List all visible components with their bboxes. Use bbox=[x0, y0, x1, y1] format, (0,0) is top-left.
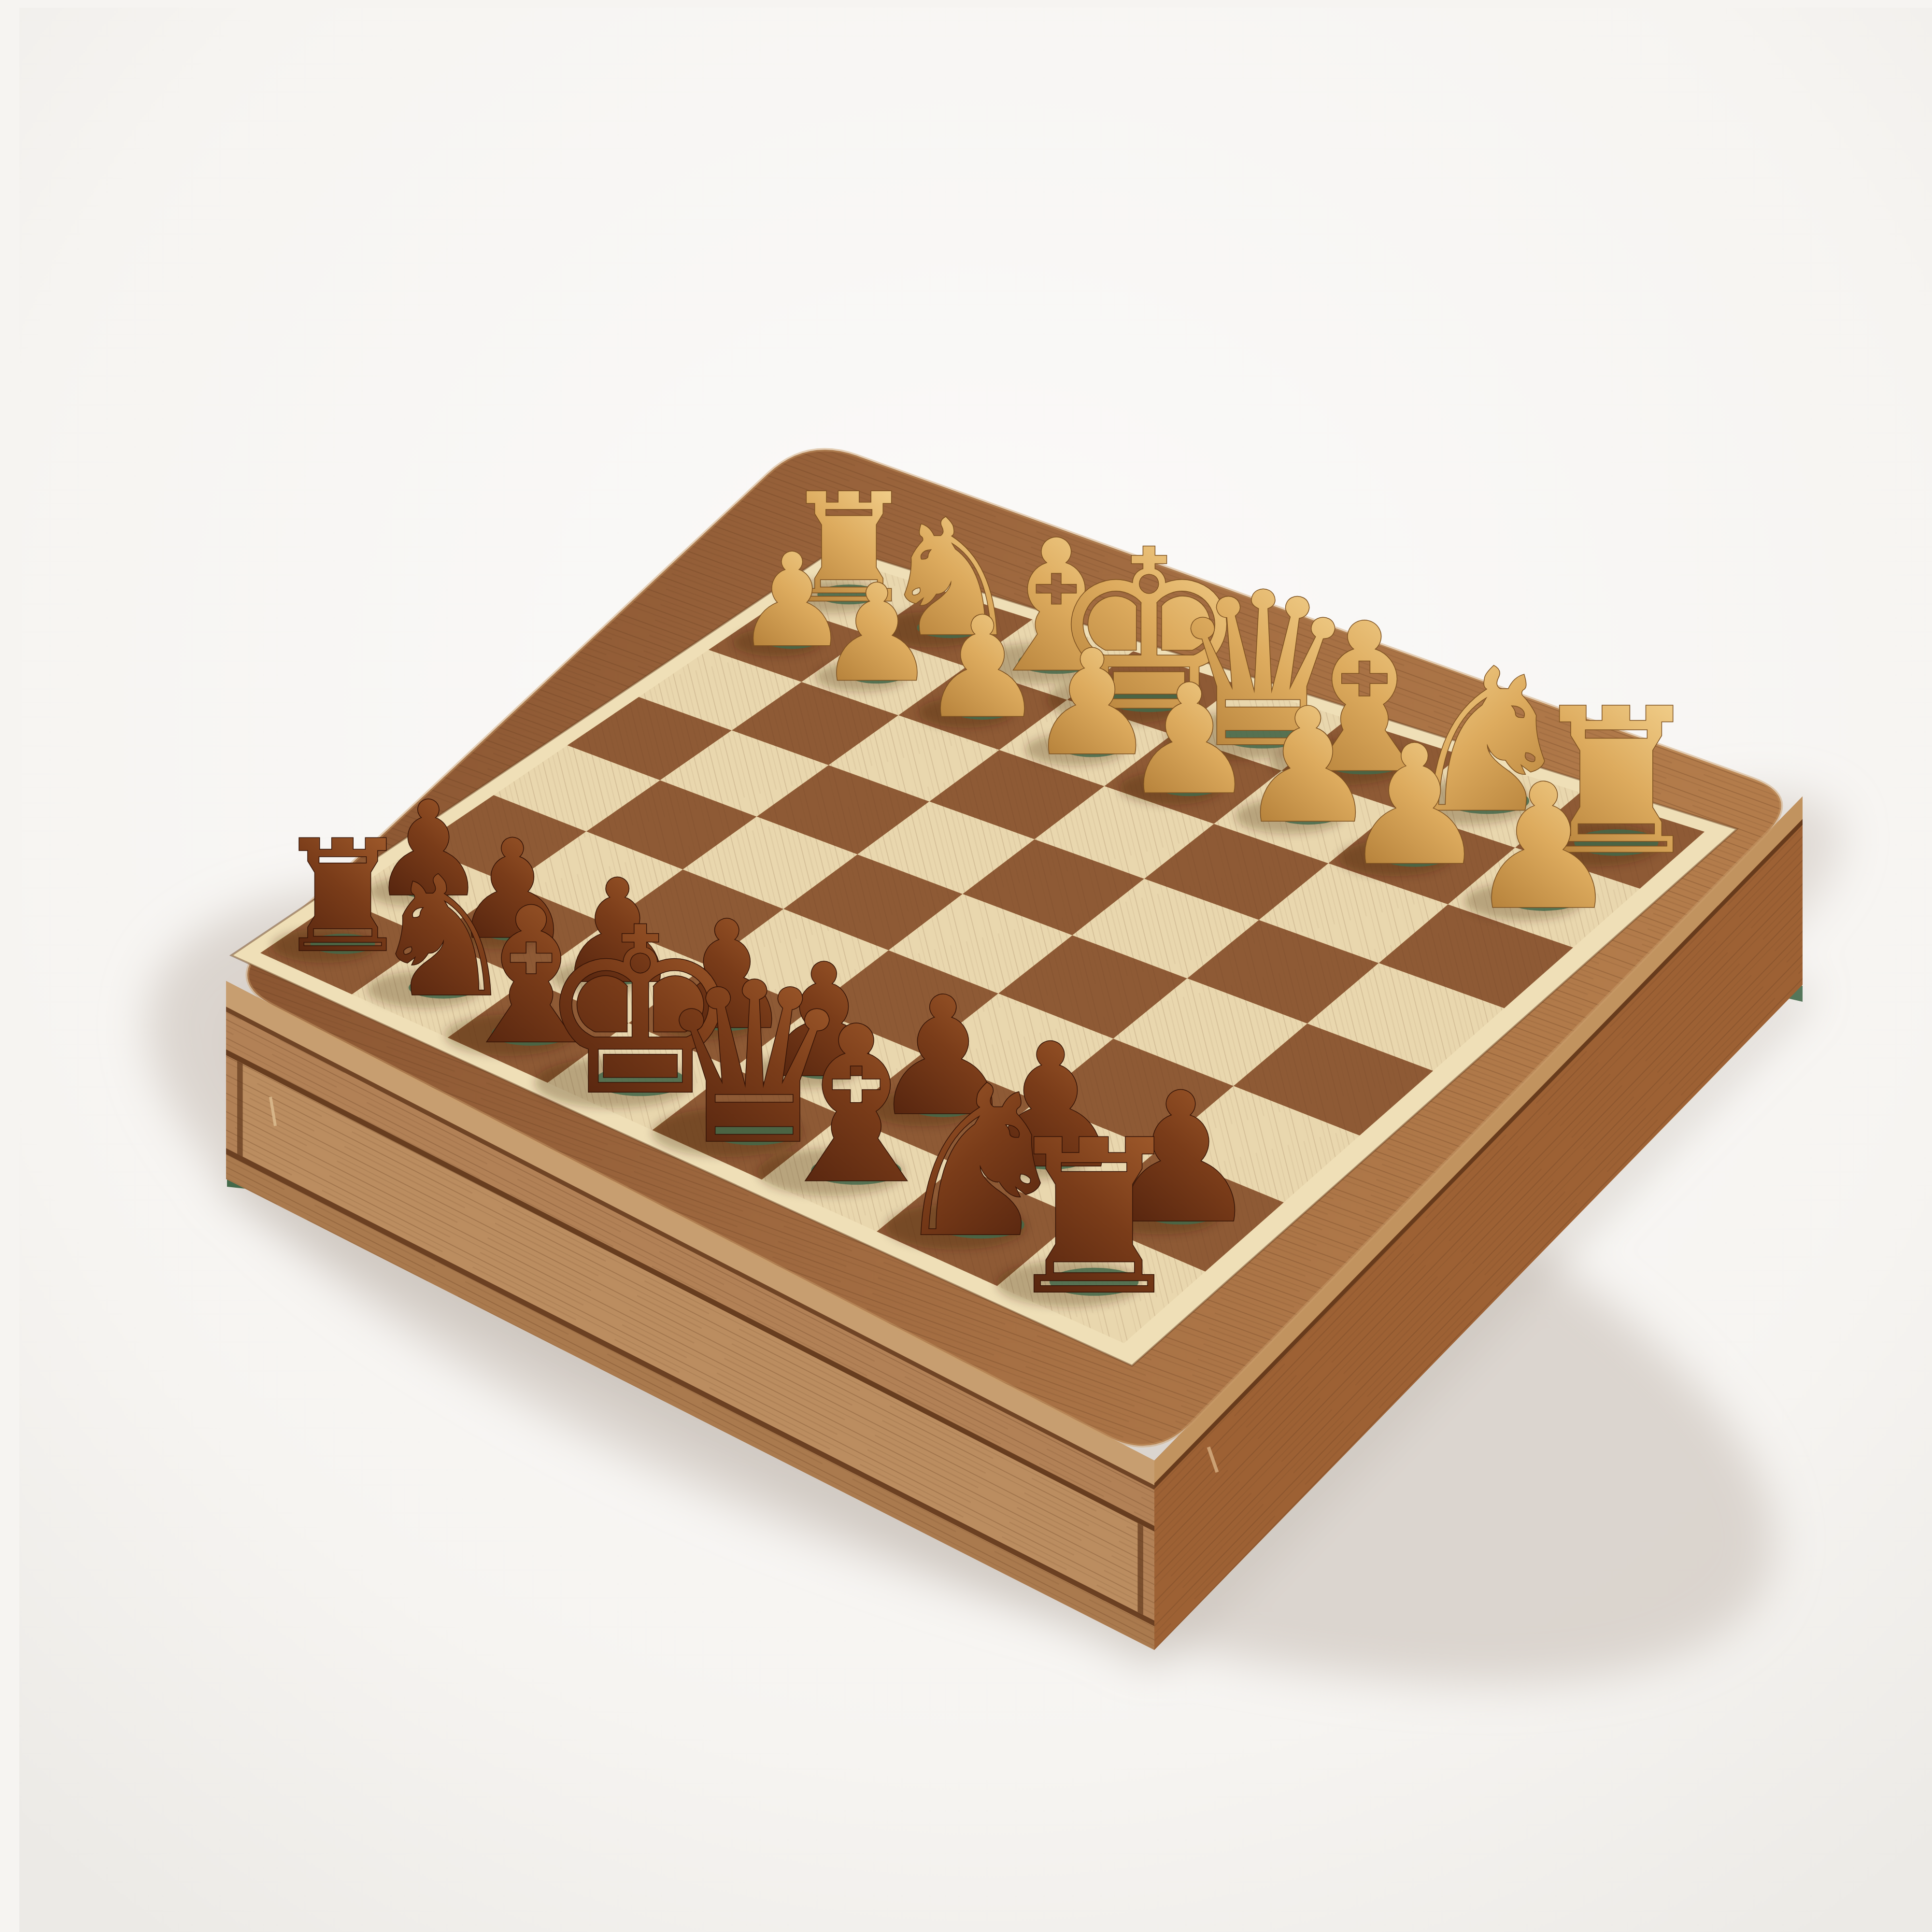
chess-set-photo-scene: ♜♞♟♝♟♚♟♛♟♝♟♞♟♜♟♟♟♟♜♟♞♟♝♟♚♟♛♟♝♟♞♜ bbox=[19, 8, 1932, 1932]
white-pawn-glyph: ♟ bbox=[1122, 652, 1257, 828]
piece-white-pawn-f2: ♟ bbox=[920, 587, 1045, 749]
product-photo: Wooden travel chess set with storage dra… bbox=[19, 8, 1932, 1932]
piece-white-pawn-g2: ♟ bbox=[817, 556, 937, 711]
piece-black-rook-a8: ♜ bbox=[999, 1095, 1189, 1341]
piece-white-pawn-d2: ♟ bbox=[1122, 652, 1257, 828]
piece-white-pawn-a2: ♟ bbox=[1466, 747, 1621, 948]
white-pawn-glyph: ♟ bbox=[817, 556, 937, 711]
white-pawn-glyph: ♟ bbox=[1466, 747, 1621, 948]
white-pawn-glyph: ♟ bbox=[920, 587, 1045, 749]
black-rook-glyph: ♜ bbox=[999, 1095, 1189, 1341]
